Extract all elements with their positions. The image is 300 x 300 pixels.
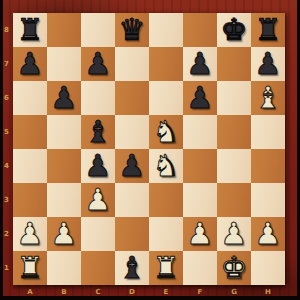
file-labels: ABCDEFGH [13, 286, 285, 297]
square-a5[interactable] [13, 115, 47, 149]
square-b4[interactable] [47, 149, 81, 183]
white-pawn-h2[interactable]: ♟ [251, 217, 285, 251]
file-label-g: G [217, 286, 251, 297]
square-e4[interactable]: ♞ [149, 149, 183, 183]
square-g6[interactable] [217, 81, 251, 115]
black-bishop-c5[interactable]: ♝ [81, 115, 115, 149]
rank-labels: 87654321 [0, 13, 13, 285]
square-f1[interactable] [183, 251, 217, 285]
square-f7[interactable]: ♟ [183, 47, 217, 81]
square-h2[interactable]: ♟ [251, 217, 285, 251]
square-c3[interactable]: ♟ [81, 183, 115, 217]
square-d6[interactable] [115, 81, 149, 115]
square-a1[interactable]: ♜ [13, 251, 47, 285]
square-f6[interactable]: ♟ [183, 81, 217, 115]
white-bishop-h6[interactable]: ♝ [251, 81, 285, 115]
black-rook-a8[interactable]: ♜ [13, 13, 47, 47]
square-g3[interactable] [217, 183, 251, 217]
square-b8[interactable] [47, 13, 81, 47]
black-rook-h8[interactable]: ♜ [251, 13, 285, 47]
square-c6[interactable] [81, 81, 115, 115]
square-e5[interactable]: ♞ [149, 115, 183, 149]
rank-label-3: 3 [0, 183, 13, 217]
square-e7[interactable] [149, 47, 183, 81]
square-b6[interactable]: ♟ [47, 81, 81, 115]
square-f2[interactable]: ♟ [183, 217, 217, 251]
square-b5[interactable] [47, 115, 81, 149]
square-d1[interactable]: ♝ [115, 251, 149, 285]
square-d2[interactable] [115, 217, 149, 251]
white-pawn-a2[interactable]: ♟ [13, 217, 47, 251]
file-label-c: C [81, 286, 115, 297]
black-king-g8[interactable]: ♚ [217, 13, 251, 47]
square-e6[interactable] [149, 81, 183, 115]
black-pawn-a7[interactable]: ♟ [13, 47, 47, 81]
square-e3[interactable] [149, 183, 183, 217]
chess-board-window: 87654321 ABCDEFGH ♜♛♚♜♟♟♟♟♟♟♝♝♞♟♟♞♟♟♟♟♟♟… [0, 0, 300, 300]
square-e1[interactable]: ♜ [149, 251, 183, 285]
square-d4[interactable]: ♟ [115, 149, 149, 183]
white-rook-e1[interactable]: ♜ [149, 251, 183, 285]
rank-label-1: 1 [0, 251, 13, 285]
rank-label-4: 4 [0, 149, 13, 183]
square-a2[interactable]: ♟ [13, 217, 47, 251]
black-pawn-h7[interactable]: ♟ [251, 47, 285, 81]
square-h6[interactable]: ♝ [251, 81, 285, 115]
file-label-e: E [149, 286, 183, 297]
black-pawn-b6[interactable]: ♟ [47, 81, 81, 115]
square-c5[interactable]: ♝ [81, 115, 115, 149]
square-f8[interactable] [183, 13, 217, 47]
square-a7[interactable]: ♟ [13, 47, 47, 81]
square-h4[interactable] [251, 149, 285, 183]
chess-board: ♜♛♚♜♟♟♟♟♟♟♝♝♞♟♟♞♟♟♟♟♟♟♜♝♜♚ [13, 13, 285, 285]
square-h3[interactable] [251, 183, 285, 217]
square-b2[interactable]: ♟ [47, 217, 81, 251]
file-label-f: F [183, 286, 217, 297]
square-a3[interactable] [13, 183, 47, 217]
rank-label-6: 6 [0, 81, 13, 115]
square-g4[interactable] [217, 149, 251, 183]
square-h1[interactable] [251, 251, 285, 285]
black-pawn-d4[interactable]: ♟ [115, 149, 149, 183]
square-d3[interactable] [115, 183, 149, 217]
white-knight-e5[interactable]: ♞ [149, 115, 183, 149]
black-pawn-c4[interactable]: ♟ [81, 149, 115, 183]
square-a6[interactable] [13, 81, 47, 115]
square-c7[interactable]: ♟ [81, 47, 115, 81]
square-f4[interactable] [183, 149, 217, 183]
square-f3[interactable] [183, 183, 217, 217]
square-h5[interactable] [251, 115, 285, 149]
white-pawn-g2[interactable]: ♟ [217, 217, 251, 251]
square-g1[interactable]: ♚ [217, 251, 251, 285]
square-c1[interactable] [81, 251, 115, 285]
square-a8[interactable]: ♜ [13, 13, 47, 47]
square-c2[interactable] [81, 217, 115, 251]
square-b1[interactable] [47, 251, 81, 285]
white-rook-a1[interactable]: ♜ [13, 251, 47, 285]
square-h8[interactable]: ♜ [251, 13, 285, 47]
rank-label-8: 8 [0, 13, 13, 47]
white-pawn-b2[interactable]: ♟ [47, 217, 81, 251]
white-king-g1[interactable]: ♚ [217, 251, 251, 285]
rank-label-5: 5 [0, 115, 13, 149]
square-d7[interactable] [115, 47, 149, 81]
square-g5[interactable] [217, 115, 251, 149]
square-c4[interactable]: ♟ [81, 149, 115, 183]
square-g2[interactable]: ♟ [217, 217, 251, 251]
square-f5[interactable] [183, 115, 217, 149]
square-d5[interactable] [115, 115, 149, 149]
white-pawn-c3[interactable]: ♟ [81, 183, 115, 217]
file-label-d: D [115, 286, 149, 297]
square-d8[interactable]: ♛ [115, 13, 149, 47]
black-pawn-c7[interactable]: ♟ [81, 47, 115, 81]
square-h7[interactable]: ♟ [251, 47, 285, 81]
square-b3[interactable] [47, 183, 81, 217]
square-g8[interactable]: ♚ [217, 13, 251, 47]
square-b7[interactable] [47, 47, 81, 81]
square-e8[interactable] [149, 13, 183, 47]
file-label-a: A [13, 286, 47, 297]
black-pawn-f7[interactable]: ♟ [183, 47, 217, 81]
square-c8[interactable] [81, 13, 115, 47]
black-bishop-d1[interactable]: ♝ [115, 251, 149, 285]
rank-label-2: 2 [0, 217, 13, 251]
rank-label-7: 7 [0, 47, 13, 81]
black-queen-d8[interactable]: ♛ [115, 13, 149, 47]
square-g7[interactable] [217, 47, 251, 81]
file-label-h: H [251, 286, 285, 297]
white-pawn-f2[interactable]: ♟ [183, 217, 217, 251]
black-pawn-f6[interactable]: ♟ [183, 81, 217, 115]
square-e2[interactable] [149, 217, 183, 251]
square-a4[interactable] [13, 149, 47, 183]
file-label-b: B [47, 286, 81, 297]
white-knight-e4[interactable]: ♞ [149, 149, 183, 183]
